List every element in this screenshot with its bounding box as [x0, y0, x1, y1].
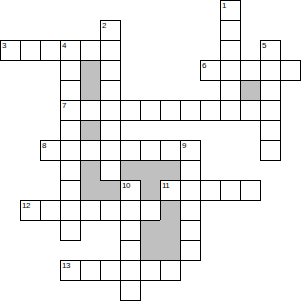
letter-cell-r7c2[interactable]: 8: [40, 140, 61, 161]
blocked-cell-r9c7: [140, 180, 161, 201]
letter-cell-r4c5[interactable]: [100, 80, 121, 101]
clue-number-13: 13: [62, 261, 70, 270]
letter-cell-r5c9[interactable]: [180, 100, 201, 121]
clue-number-4: 4: [62, 41, 66, 50]
clue-number-9: 9: [182, 141, 186, 150]
letter-cell-r2c3[interactable]: 4: [60, 40, 81, 61]
letter-cell-r3c14[interactable]: [280, 60, 301, 81]
letter-cell-r14c6[interactable]: [120, 280, 141, 301]
letter-cell-r4c3[interactable]: [60, 80, 81, 101]
clue-number-10: 10: [122, 181, 130, 190]
letter-cell-r2c11[interactable]: [220, 40, 241, 61]
clue-number-12: 12: [22, 201, 30, 210]
letter-cell-r9c11[interactable]: [220, 180, 241, 201]
letter-cell-r7c7[interactable]: [140, 140, 161, 161]
letter-cell-r5c12[interactable]: [240, 100, 261, 121]
letter-cell-r12c6[interactable]: [120, 240, 141, 261]
letter-cell-r10c6[interactable]: [120, 200, 141, 221]
letter-cell-r13c3[interactable]: 13: [60, 260, 81, 281]
letter-cell-r7c5[interactable]: [100, 140, 121, 161]
letter-cell-r5c11[interactable]: [220, 100, 241, 121]
letter-cell-r3c10[interactable]: 6: [200, 60, 221, 81]
letter-cell-r10c9[interactable]: [180, 200, 201, 221]
blocked-cell-r10c8: [160, 200, 181, 221]
letter-cell-r6c13[interactable]: [260, 120, 281, 141]
letter-cell-r0c11[interactable]: 1: [220, 0, 241, 21]
letter-cell-r7c4[interactable]: [80, 140, 101, 161]
blocked-cell-r9c4: [80, 180, 101, 201]
blocked-cell-r9c5: [100, 180, 121, 201]
letter-cell-r2c2[interactable]: [40, 40, 61, 61]
blocked-cell-r4c4: [80, 80, 101, 101]
letter-cell-r5c10[interactable]: [200, 100, 221, 121]
letter-cell-r3c12[interactable]: [240, 60, 261, 81]
letter-cell-r10c3[interactable]: [60, 200, 81, 221]
letter-cell-r4c11[interactable]: [220, 80, 241, 101]
letter-cell-r13c4[interactable]: [80, 260, 101, 281]
letter-cell-r11c3[interactable]: [60, 220, 81, 241]
letter-cell-r2c1[interactable]: [20, 40, 41, 61]
blocked-cell-r8c7: [140, 160, 161, 181]
letter-cell-r13c6[interactable]: [120, 260, 141, 281]
letter-cell-r7c9[interactable]: 9: [180, 140, 201, 161]
letter-cell-r1c5[interactable]: 2: [100, 20, 121, 41]
letter-cell-r10c5[interactable]: [100, 200, 121, 221]
letter-cell-r9c6[interactable]: 10: [120, 180, 141, 201]
letter-cell-r8c9[interactable]: [180, 160, 201, 181]
letter-cell-r6c3[interactable]: [60, 120, 81, 141]
clue-number-11: 11: [162, 181, 169, 190]
blocked-cell-r4c12: [240, 80, 261, 101]
letter-cell-r7c13[interactable]: [260, 140, 281, 161]
letter-cell-r12c9[interactable]: [180, 240, 201, 261]
clue-number-2: 2: [102, 21, 106, 30]
clue-number-5: 5: [262, 41, 266, 50]
letter-cell-r10c1[interactable]: 12: [20, 200, 41, 221]
letter-cell-r13c8[interactable]: [160, 260, 181, 281]
letter-cell-r7c3[interactable]: [60, 140, 81, 161]
blocked-cell-r8c8: [160, 160, 181, 181]
blocked-cell-r8c4: [80, 160, 101, 181]
letter-cell-r5c3[interactable]: 7: [60, 100, 81, 121]
letter-cell-r3c3[interactable]: [60, 60, 81, 81]
letter-cell-r3c13[interactable]: [260, 60, 281, 81]
letter-cell-r5c4[interactable]: [80, 100, 101, 121]
letter-cell-r5c7[interactable]: [140, 100, 161, 121]
blocked-cell-r11c7: [140, 220, 161, 241]
letter-cell-r2c13[interactable]: 5: [260, 40, 281, 61]
letter-cell-r4c13[interactable]: [260, 80, 281, 101]
blocked-cell-r8c6: [120, 160, 141, 181]
letter-cell-r10c7[interactable]: [140, 200, 161, 221]
letter-cell-r9c3[interactable]: [60, 180, 81, 201]
clue-number-7: 7: [62, 101, 66, 110]
letter-cell-r13c7[interactable]: [140, 260, 161, 281]
letter-cell-r5c5[interactable]: [100, 100, 121, 121]
letter-cell-r8c3[interactable]: [60, 160, 81, 181]
letter-cell-r2c5[interactable]: [100, 40, 121, 61]
blocked-cell-r11c8: [160, 220, 181, 241]
blocked-cell-r12c7: [140, 240, 161, 261]
letter-cell-r5c6[interactable]: [120, 100, 141, 121]
clue-number-8: 8: [42, 141, 46, 150]
letter-cell-r9c9[interactable]: [180, 180, 201, 201]
letter-cell-r2c0[interactable]: 3: [0, 40, 21, 61]
letter-cell-r10c2[interactable]: [40, 200, 61, 221]
letter-cell-r5c8[interactable]: [160, 100, 181, 121]
crossword-board: 12345678910111213: [0, 0, 301, 301]
letter-cell-r2c4[interactable]: [80, 40, 101, 61]
letter-cell-r9c8[interactable]: 11: [160, 180, 181, 201]
blocked-cell-r12c8: [160, 240, 181, 261]
letter-cell-r7c6[interactable]: [120, 140, 141, 161]
letter-cell-r3c5[interactable]: [100, 60, 121, 81]
letter-cell-r6c5[interactable]: [100, 120, 121, 141]
letter-cell-r7c8[interactable]: [160, 140, 181, 161]
clue-number-3: 3: [2, 41, 6, 50]
blocked-cell-r6c4: [80, 120, 101, 141]
letter-cell-r1c11[interactable]: [220, 20, 241, 41]
letter-cell-r3c11[interactable]: [220, 60, 241, 81]
clue-number-6: 6: [202, 61, 206, 70]
letter-cell-r13c5[interactable]: [100, 260, 121, 281]
letter-cell-r5c13[interactable]: [260, 100, 281, 121]
letter-cell-r11c6[interactable]: [120, 220, 141, 241]
letter-cell-r9c12[interactable]: [240, 180, 261, 201]
letter-cell-r9c10[interactable]: [200, 180, 221, 201]
blocked-cell-r3c4: [80, 60, 101, 81]
letter-cell-r11c9[interactable]: [180, 220, 201, 241]
clue-number-1: 1: [222, 1, 226, 10]
letter-cell-r10c4[interactable]: [80, 200, 101, 221]
letter-cell-r8c5[interactable]: [100, 160, 121, 181]
